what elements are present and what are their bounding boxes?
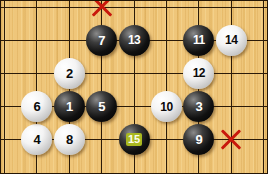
move-number-label: 8 [66,133,73,146]
board-intersection: 6 [21,90,53,123]
move-number-label: 9 [195,133,202,146]
board-intersection: 11 [183,24,215,57]
board-intersection: 10 [150,90,182,123]
x-mark [92,0,112,17]
white-stone-10: 10 [151,91,182,122]
board-intersection: 3 [183,90,215,123]
move-number-label: 12 [193,67,205,79]
board-intersection: 4 [21,123,53,156]
move-number-label: 1 [66,100,73,113]
white-stone-14: 14 [216,25,247,56]
white-stone-2: 2 [54,58,85,89]
board-intersection: 15 [118,123,150,156]
black-stone-7: 7 [86,25,117,56]
white-stone-8: 8 [54,124,85,155]
board-intersection: 7 [85,24,117,57]
last-move-badge: 15 [126,133,142,146]
black-stone-3: 3 [183,91,214,122]
black-stone-5: 5 [86,91,117,122]
move-number-label: 5 [98,100,105,113]
board-intersection [215,123,247,156]
black-stone-13: 13 [119,25,150,56]
stones-layer: 123456789101112131415 [0,0,268,174]
move-number-label: 2 [66,67,73,80]
move-number-label: 4 [34,133,41,146]
move-number-label: 14 [225,34,237,46]
board-intersection: 1 [53,90,85,123]
board-intersection: 8 [53,123,85,156]
board-intersection [85,0,117,24]
black-stone-1: 1 [54,91,85,122]
move-number-label: 3 [195,100,202,113]
move-number-label: 10 [160,101,172,113]
board-intersection: 5 [85,90,117,123]
go-board[interactable]: 123456789101112131415 [0,0,268,174]
board-intersection: 2 [53,57,85,90]
board-intersection: 13 [118,24,150,57]
board-intersection: 14 [215,24,247,57]
board-intersection: 12 [183,57,215,90]
board-intersection: 9 [183,123,215,156]
x-mark [221,130,241,150]
black-stone-9: 9 [183,124,214,155]
move-number-label: 7 [98,34,105,47]
white-stone-4: 4 [21,124,52,155]
white-stone-12: 12 [183,58,214,89]
black-stone-15: 15 [119,124,150,155]
black-stone-11: 11 [183,25,214,56]
move-number-label: 13 [128,34,140,46]
move-number-label: 6 [34,100,41,113]
move-number-label: 11 [193,34,205,46]
white-stone-6: 6 [21,91,52,122]
